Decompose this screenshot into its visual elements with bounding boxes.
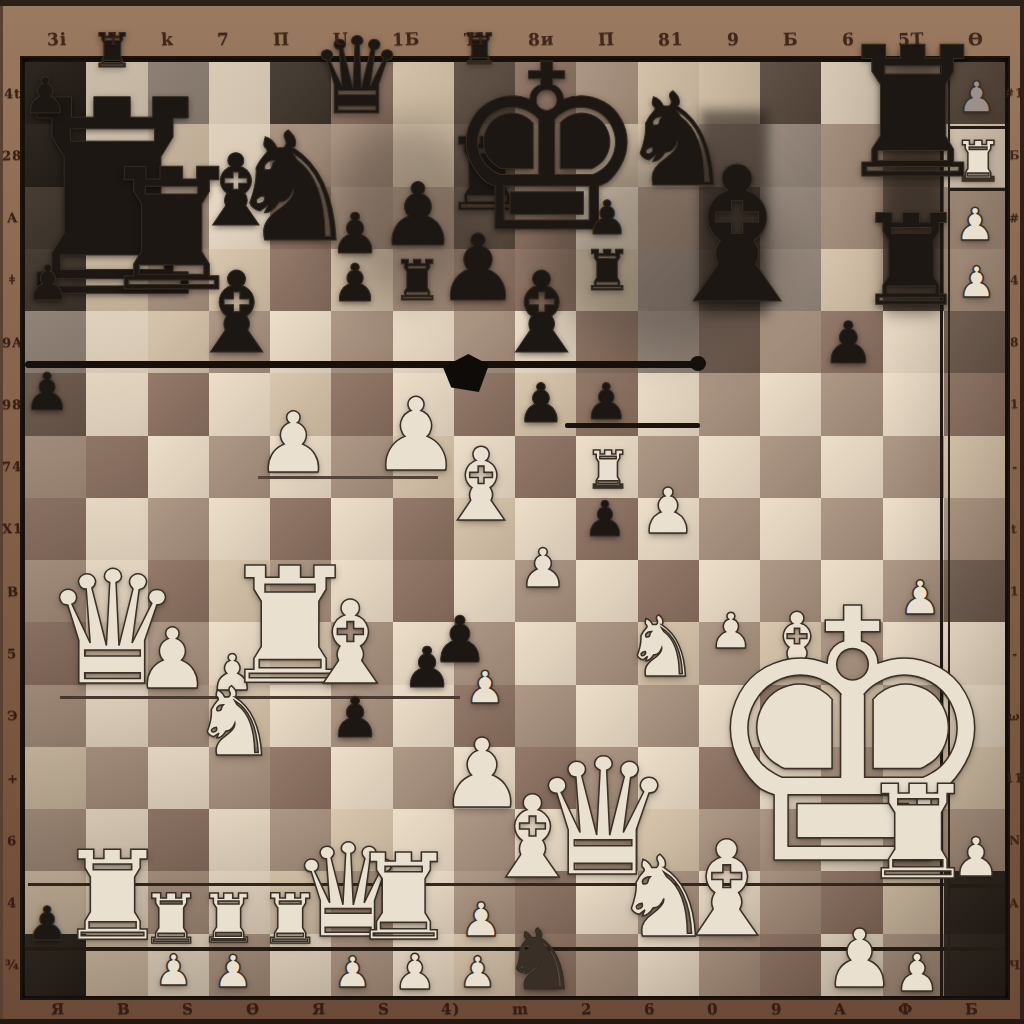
coordinate-glyph: ǂ [9,272,16,287]
coordinate-glyph: 81 [658,29,684,50]
white-pawn[interactable]: ♟ [459,665,511,710]
coordinate-glyph: B [6,584,19,599]
coordinate-glyph: Ө [246,1000,261,1018]
coordinate-glyph: + [6,770,18,785]
coordinate-glyph: Б [783,29,799,50]
coordinate-glyph: - [1011,460,1017,474]
white-rook[interactable]: ♜ [578,444,638,496]
square[interactable] [86,373,147,435]
coordinate-glyph: Б [965,1000,979,1018]
coordinate-glyph: Я [311,1000,326,1018]
left-coordinate-labels: 4t28Aǂ9A9874X1B5Э+64¾ [2,62,23,996]
white-bishop[interactable]: ♝ [651,823,803,955]
white-bishop[interactable]: ♝ [467,781,598,895]
coordinate-glyph: 5T [897,29,924,50]
white-rook[interactable]: ♜ [335,839,472,958]
square[interactable] [25,747,86,809]
coordinate-glyph: 74 [2,459,23,475]
white-pawn[interactable]: ♟ [245,401,342,485]
white-knight[interactable]: ♞ [180,675,289,770]
square[interactable] [515,622,576,684]
coordinate-glyph: 1 [1010,584,1020,598]
coordinate-glyph: 8и [528,29,555,50]
coordinate-glyph: ¾ [5,957,20,972]
black-pawn[interactable]: ♟ [815,314,882,372]
coordinate-glyph: 11 [1005,771,1024,786]
white-pawn[interactable]: ♟ [328,951,377,994]
coordinate-glyph: - [1011,646,1017,660]
white-pawn[interactable]: ♟ [207,949,259,994]
white-pawn[interactable]: ♟ [454,896,508,943]
coordinate-glyph: 4t [4,85,22,101]
white-pawn[interactable]: ♟ [949,202,1001,247]
coordinate-glyph: A [1009,895,1020,909]
coordinate-glyph: U [333,29,350,50]
coordinate-glyph: # [1009,210,1021,224]
square[interactable] [209,809,270,871]
chessboard-photo: ♜♜♜♝♝♞♛♟♟♟♜♜♜♟♟♟♟♟♚♝♟♟♜♟♟♞♝♜♜♟♟♟♟♞♟♜♟♟♟♟… [0,0,1024,1024]
coordinate-glyph: #1 [1004,86,1024,101]
coordinate-glyph: 8 [1010,335,1020,349]
coordinate-glyph: 0 [707,1000,719,1018]
coordinate-glyph: 2 [581,1000,593,1018]
white-pawn[interactable]: ♟ [632,480,704,543]
right-coordinate-labels: #1Б#481-t1-ω11NAЧ [1006,62,1023,996]
coordinate-glyph: A [833,1000,846,1018]
coordinate-glyph: B [117,1000,131,1018]
square[interactable] [148,436,209,498]
coordinate-glyph: t [1011,522,1018,536]
square[interactable] [760,373,821,435]
coordinate-glyph: Б [1009,148,1021,162]
coordinate-glyph: 6 [7,833,18,848]
coordinate-glyph: Ф [898,1000,914,1019]
black-pawn[interactable]: ♟ [578,377,635,427]
square[interactable] [944,436,1005,498]
coordinate-glyph: 28 [2,148,23,164]
coordinate-glyph: 9A [2,334,24,350]
white-pawn[interactable]: ♟ [952,261,1001,304]
square[interactable] [699,373,760,435]
coordinate-glyph: 4) [441,1000,461,1019]
top-coordinate-labels: 3iik7ПU1БTi8иП819Б65TӨ [25,26,1005,52]
white-bishop[interactable]: ♝ [423,435,539,536]
white-pawn[interactable]: ♟ [512,542,574,596]
coordinate-glyph: Ө [967,29,984,50]
coordinate-glyph: П [273,29,291,50]
coordinate-glyph: 7 [216,29,230,49]
clock-hand-knob [690,356,706,371]
coordinate-glyph: X1 [2,521,24,537]
black-pawn[interactable]: ♟ [325,257,385,309]
coordinate-glyph: 3i [46,29,67,50]
coordinate-glyph: S [377,1000,389,1018]
bottom-coordinate-labels: ЯBSӨЯS4)m2609AФБ [25,998,1005,1020]
square[interactable] [699,436,760,498]
white-pawn[interactable]: ♟ [149,949,198,992]
white-pawn[interactable]: ♟ [453,951,502,994]
coordinate-glyph: Э [7,708,19,723]
square[interactable] [331,747,392,809]
coordinate-glyph: 6 [841,29,855,49]
coordinate-glyph: 98 [2,397,23,413]
coordinate-glyph: 4 [7,895,18,910]
white-pawn[interactable]: ♟ [387,948,443,997]
coordinate-glyph: 1 [1010,397,1020,411]
square[interactable] [760,436,821,498]
black-pawn[interactable]: ♟ [577,495,633,544]
square[interactable] [821,373,882,435]
square[interactable] [86,436,147,498]
white-rook[interactable]: ♜ [946,134,1010,190]
white-pawn[interactable]: ♟ [952,76,1001,119]
coordinate-glyph: Ti [463,29,485,50]
square[interactable] [821,436,882,498]
square[interactable] [25,436,86,498]
square[interactable] [148,373,209,435]
coordinate-glyph: Ч [1008,958,1020,972]
white-bishop[interactable]: ♝ [284,586,416,701]
coordinate-glyph: 9 [727,29,741,49]
square[interactable] [944,373,1005,435]
coordinate-glyph: 9 [770,1000,782,1018]
black-pawn[interactable]: ♟ [17,71,74,121]
coordinate-glyph: m [512,1000,529,1019]
coordinate-glyph: 5 [7,646,18,661]
square[interactable] [944,934,1005,996]
coordinate-glyph: N [1008,833,1020,847]
coordinate-glyph: k [160,29,173,49]
square[interactable] [86,747,147,809]
coordinate-glyph: ω [1008,709,1021,723]
white-rook[interactable]: ♜ [843,768,993,898]
coordinate-glyph: Я [51,1000,66,1018]
coordinate-glyph: 4 [1010,273,1020,287]
coordinate-glyph: П [597,29,615,50]
black-pawn[interactable]: ♟ [510,377,572,431]
coordinate-glyph: A [7,210,19,225]
square[interactable] [883,373,944,435]
black-pawn[interactable]: ♟ [17,366,77,418]
white-pawn[interactable]: ♟ [887,947,947,999]
coordinate-glyph: 6 [644,1000,656,1018]
coordinate-glyph: i [110,29,118,49]
black-pawn[interactable]: ♟ [20,259,76,308]
square[interactable] [883,436,944,498]
coordinate-glyph: S [182,1000,194,1018]
coordinate-glyph: 1Б [392,29,421,50]
